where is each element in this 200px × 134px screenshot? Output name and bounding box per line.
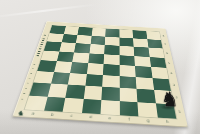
square-f1[interactable] <box>119 101 138 117</box>
square-e1[interactable] <box>100 100 119 116</box>
file-label-d: d <box>81 113 101 122</box>
square-g3[interactable] <box>136 77 154 90</box>
file-label-h: h <box>157 118 178 127</box>
square-d1[interactable] <box>82 99 102 114</box>
board-border: abcdefgh 87654321 ♞ <box>12 21 188 127</box>
square-f3[interactable] <box>119 76 136 89</box>
file-label-c: c <box>61 112 81 121</box>
square-c1[interactable] <box>63 97 84 112</box>
brand-emblem-icon: ♞ <box>14 108 27 117</box>
chess-board: abcdefgh 87654321 ♞ <box>12 21 188 127</box>
black-knight-piece[interactable]: ♞ <box>161 89 180 110</box>
photo-scene: abcdefgh 87654321 ♞ ♞ <box>0 0 200 134</box>
rank-label-5: 5 <box>164 58 174 69</box>
square-c2[interactable] <box>65 85 85 99</box>
square-e2[interactable] <box>101 87 119 101</box>
fabric-crease <box>0 3 98 18</box>
square-c3[interactable] <box>68 73 87 86</box>
file-label-f: f <box>119 115 138 124</box>
square-d3[interactable] <box>85 74 103 87</box>
square-e3[interactable] <box>102 75 119 88</box>
rank-label-4: 4 <box>166 68 177 80</box>
square-g2[interactable] <box>136 89 155 103</box>
square-f2[interactable] <box>119 88 137 102</box>
file-label-e: e <box>100 114 119 123</box>
file-label-b: b <box>42 111 63 120</box>
board-grid[interactable] <box>25 25 177 118</box>
file-label-g: g <box>138 116 158 125</box>
square-g1[interactable] <box>137 102 157 118</box>
square-d2[interactable] <box>83 86 102 100</box>
